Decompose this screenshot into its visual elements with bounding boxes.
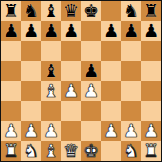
piece-white-bishop: ♝: [43, 81, 59, 101]
square-b5[interactable]: [21, 61, 41, 81]
square-h4[interactable]: [141, 81, 161, 101]
square-f3[interactable]: [101, 101, 121, 121]
square-h3[interactable]: [141, 101, 161, 121]
piece-black-bishop: ♝: [43, 1, 59, 21]
square-a3[interactable]: [1, 101, 21, 121]
square-c3[interactable]: [41, 101, 61, 121]
chess-board: ♜♞♝♛♚♞♜♟♟♟♟♟♟♟♝♟♝♟♟♟♟♟♟♟♟♜♞♝♛♚♞♜: [0, 0, 162, 162]
piece-white-king: ♚: [83, 141, 99, 161]
piece-black-pawn: ♟: [83, 61, 99, 81]
square-h8[interactable]: ♜: [141, 1, 161, 21]
square-e6[interactable]: [81, 41, 101, 61]
piece-black-knight: ♞: [23, 1, 39, 21]
square-a7[interactable]: ♟: [1, 21, 21, 41]
piece-white-pawn: ♟: [63, 81, 79, 101]
square-h5[interactable]: [141, 61, 161, 81]
square-b7[interactable]: ♟: [21, 21, 41, 41]
square-c8[interactable]: ♝: [41, 1, 61, 21]
square-e1[interactable]: ♚: [81, 141, 101, 161]
square-e8[interactable]: ♚: [81, 1, 101, 21]
square-f1[interactable]: [101, 141, 121, 161]
square-g4[interactable]: [121, 81, 141, 101]
square-a4[interactable]: [1, 81, 21, 101]
square-h2[interactable]: ♟: [141, 121, 161, 141]
square-a1[interactable]: ♜: [1, 141, 21, 161]
piece-black-pawn: ♟: [143, 21, 159, 41]
piece-black-pawn: ♟: [63, 21, 79, 41]
square-d2[interactable]: [61, 121, 81, 141]
square-b2[interactable]: ♟: [21, 121, 41, 141]
square-f2[interactable]: ♟: [101, 121, 121, 141]
square-e3[interactable]: [81, 101, 101, 121]
square-f5[interactable]: [101, 61, 121, 81]
square-d3[interactable]: [61, 101, 81, 121]
piece-white-bishop: ♝: [43, 141, 59, 161]
piece-white-queen: ♛: [63, 141, 79, 161]
piece-white-rook: ♜: [143, 141, 159, 161]
square-a2[interactable]: ♟: [1, 121, 21, 141]
square-a8[interactable]: ♜: [1, 1, 21, 21]
square-e5[interactable]: ♟: [81, 61, 101, 81]
square-d4[interactable]: ♟: [61, 81, 81, 101]
square-d6[interactable]: [61, 41, 81, 61]
piece-white-pawn: ♟: [83, 81, 99, 101]
square-e4[interactable]: ♟: [81, 81, 101, 101]
square-c6[interactable]: [41, 41, 61, 61]
square-f8[interactable]: [101, 1, 121, 21]
square-d5[interactable]: [61, 61, 81, 81]
piece-black-pawn: ♟: [123, 21, 139, 41]
square-c4[interactable]: ♝: [41, 81, 61, 101]
piece-white-knight: ♞: [123, 141, 139, 161]
square-f6[interactable]: [101, 41, 121, 61]
piece-white-pawn: ♟: [3, 121, 19, 141]
chess-board-window: ♜♞♝♛♚♞♜♟♟♟♟♟♟♟♝♟♝♟♟♟♟♟♟♟♟♜♞♝♛♚♞♜: [0, 0, 162, 162]
square-b6[interactable]: [21, 41, 41, 61]
square-a6[interactable]: [1, 41, 21, 61]
square-d8[interactable]: ♛: [61, 1, 81, 21]
piece-white-knight: ♞: [23, 141, 39, 161]
square-b8[interactable]: ♞: [21, 1, 41, 21]
square-g6[interactable]: [121, 41, 141, 61]
piece-white-pawn: ♟: [123, 121, 139, 141]
piece-black-pawn: ♟: [23, 21, 39, 41]
square-f4[interactable]: [101, 81, 121, 101]
square-d7[interactable]: ♟: [61, 21, 81, 41]
square-g7[interactable]: ♟: [121, 21, 141, 41]
square-e7[interactable]: [81, 21, 101, 41]
piece-black-pawn: ♟: [103, 21, 119, 41]
piece-white-pawn: ♟: [23, 121, 39, 141]
piece-black-pawn: ♟: [3, 21, 19, 41]
square-b1[interactable]: ♞: [21, 141, 41, 161]
square-g8[interactable]: ♞: [121, 1, 141, 21]
square-f7[interactable]: ♟: [101, 21, 121, 41]
square-b3[interactable]: [21, 101, 41, 121]
square-c1[interactable]: ♝: [41, 141, 61, 161]
piece-black-rook: ♜: [3, 1, 19, 21]
square-c5[interactable]: ♝: [41, 61, 61, 81]
square-a5[interactable]: [1, 61, 21, 81]
piece-white-pawn: ♟: [43, 121, 59, 141]
square-c7[interactable]: ♟: [41, 21, 61, 41]
square-g2[interactable]: ♟: [121, 121, 141, 141]
piece-black-bishop: ♝: [43, 61, 59, 81]
piece-black-rook: ♜: [143, 1, 159, 21]
square-b4[interactable]: [21, 81, 41, 101]
piece-black-knight: ♞: [123, 1, 139, 21]
square-g3[interactable]: [121, 101, 141, 121]
square-g1[interactable]: ♞: [121, 141, 141, 161]
piece-white-pawn: ♟: [103, 121, 119, 141]
piece-white-rook: ♜: [3, 141, 19, 161]
square-h1[interactable]: ♜: [141, 141, 161, 161]
piece-white-pawn: ♟: [143, 121, 159, 141]
square-h6[interactable]: [141, 41, 161, 61]
square-d1[interactable]: ♛: [61, 141, 81, 161]
square-g5[interactable]: [121, 61, 141, 81]
piece-black-pawn: ♟: [43, 21, 59, 41]
square-h7[interactable]: ♟: [141, 21, 161, 41]
piece-black-king: ♚: [83, 1, 99, 21]
square-c2[interactable]: ♟: [41, 121, 61, 141]
piece-black-queen: ♛: [63, 1, 79, 21]
square-e2[interactable]: [81, 121, 101, 141]
